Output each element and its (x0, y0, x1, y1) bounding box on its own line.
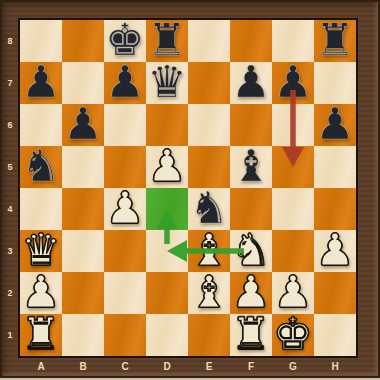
square-g1[interactable]: ♚ (272, 314, 314, 356)
square-f1[interactable]: ♜ (230, 314, 272, 356)
file-label-d: D (146, 357, 188, 377)
square-b4[interactable] (62, 188, 104, 230)
square-c4[interactable]: ♟ (104, 188, 146, 230)
white-king[interactable]: ♚ (273, 312, 312, 356)
black-knight[interactable]: ♞ (21, 144, 60, 188)
rank-label-5: 5 (0, 146, 20, 188)
rank-labels: 87654321 (0, 20, 20, 356)
square-b1[interactable] (62, 314, 104, 356)
white-pawn[interactable]: ♟ (105, 186, 144, 230)
file-label-b: B (62, 357, 104, 377)
square-g4[interactable] (272, 188, 314, 230)
square-c7[interactable]: ♟ (104, 62, 146, 104)
square-e8[interactable] (188, 20, 230, 62)
black-pawn[interactable]: ♟ (273, 60, 312, 104)
file-label-g: G (272, 357, 314, 377)
file-label-a: A (20, 357, 62, 377)
square-b5[interactable] (62, 146, 104, 188)
white-pawn[interactable]: ♟ (147, 144, 186, 188)
white-rook[interactable]: ♜ (231, 312, 270, 356)
square-b2[interactable] (62, 272, 104, 314)
square-c6[interactable] (104, 104, 146, 146)
square-a1[interactable]: ♜ (20, 314, 62, 356)
black-pawn[interactable]: ♟ (21, 60, 60, 104)
square-h5[interactable] (314, 146, 356, 188)
square-c1[interactable] (104, 314, 146, 356)
square-e6[interactable] (188, 104, 230, 146)
black-bishop[interactable]: ♝ (231, 144, 270, 188)
file-labels: ABCDEFGH (20, 357, 356, 377)
square-b3[interactable] (62, 230, 104, 272)
file-label-f: F (230, 357, 272, 377)
rank-label-3: 3 (0, 230, 20, 272)
square-f7[interactable]: ♟ (230, 62, 272, 104)
file-label-h: H (314, 357, 356, 377)
square-d7[interactable]: ♛ (146, 62, 188, 104)
square-d2[interactable] (146, 272, 188, 314)
black-rook[interactable]: ♜ (315, 18, 354, 62)
rank-label-4: 4 (0, 188, 20, 230)
black-pawn[interactable]: ♟ (105, 60, 144, 104)
square-g5[interactable] (272, 146, 314, 188)
black-pawn[interactable]: ♟ (315, 102, 354, 146)
rank-label-6: 6 (0, 104, 20, 146)
black-queen[interactable]: ♛ (147, 60, 186, 104)
square-b6[interactable]: ♟ (62, 104, 104, 146)
white-rook[interactable]: ♜ (21, 312, 60, 356)
black-pawn[interactable]: ♟ (231, 60, 270, 104)
rank-label-1: 1 (0, 314, 20, 356)
file-label-c: C (104, 357, 146, 377)
square-d5[interactable]: ♟ (146, 146, 188, 188)
square-c2[interactable] (104, 272, 146, 314)
rank-label-2: 2 (0, 272, 20, 314)
square-h1[interactable] (314, 314, 356, 356)
square-e2[interactable]: ♝ (188, 272, 230, 314)
square-e1[interactable] (188, 314, 230, 356)
square-h2[interactable] (314, 272, 356, 314)
rank-label-7: 7 (0, 62, 20, 104)
square-e7[interactable] (188, 62, 230, 104)
chess-board: ♚♜♜♟♟♛♟♟♟♟♞♟♝♟♞♛♝♞♟♟♝♟♟♜♜♚ (20, 20, 356, 356)
square-d4[interactable] (146, 188, 188, 230)
square-g6[interactable] (272, 104, 314, 146)
chessboard-window: 87654321 ♚♜♜♟♟♛♟♟♟♟♞♟♝♟♞♛♝♞♟♟♝♟♟♜♜♚ ABCD… (0, 0, 380, 380)
white-pawn[interactable]: ♟ (315, 228, 354, 272)
square-h3[interactable]: ♟ (314, 230, 356, 272)
square-d1[interactable] (146, 314, 188, 356)
square-d3[interactable] (146, 230, 188, 272)
square-b8[interactable] (62, 20, 104, 62)
white-bishop[interactable]: ♝ (189, 270, 228, 314)
black-pawn[interactable]: ♟ (63, 102, 102, 146)
square-h6[interactable]: ♟ (314, 104, 356, 146)
square-a5[interactable]: ♞ (20, 146, 62, 188)
square-a7[interactable]: ♟ (20, 62, 62, 104)
square-g7[interactable]: ♟ (272, 62, 314, 104)
square-h8[interactable]: ♜ (314, 20, 356, 62)
square-c3[interactable] (104, 230, 146, 272)
file-label-e: E (188, 357, 230, 377)
rank-label-8: 8 (0, 20, 20, 62)
square-f5[interactable]: ♝ (230, 146, 272, 188)
